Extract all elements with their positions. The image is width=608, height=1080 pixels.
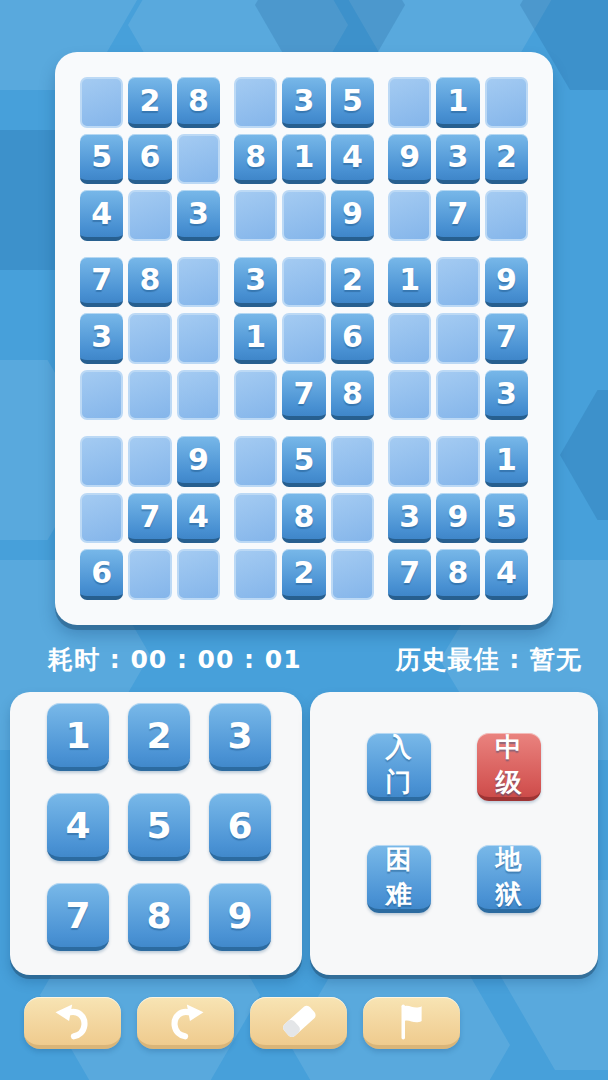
cell-r4c7[interactable]: 1 <box>388 257 431 308</box>
cell-r3c6[interactable]: 9 <box>331 190 374 241</box>
undo-button[interactable] <box>24 997 121 1049</box>
cell-r3c4[interactable] <box>234 190 277 241</box>
cell-r3c5[interactable] <box>282 190 325 241</box>
cell-r9c8[interactable]: 8 <box>436 549 479 600</box>
undo-icon <box>52 1000 94 1042</box>
cell-r1c5[interactable]: 3 <box>282 77 325 128</box>
cell-r5c3[interactable] <box>177 313 220 364</box>
cell-r1c7[interactable] <box>388 77 431 128</box>
elapsed-time-text: 耗时 : 00 : 00 : 01 <box>48 643 302 676</box>
cell-r6c9[interactable]: 3 <box>485 370 528 421</box>
eraser-icon <box>277 999 321 1043</box>
cell-r5c5[interactable] <box>282 313 325 364</box>
flag-icon <box>391 1000 433 1042</box>
cell-r4c1[interactable]: 7 <box>80 257 123 308</box>
cell-r9c1[interactable]: 6 <box>80 549 123 600</box>
sudoku-board: 2856433581491932778332167819739746582139… <box>55 52 553 625</box>
cell-r2c4[interactable]: 8 <box>234 134 277 185</box>
board-grid: 2856433581491932778332167819739746582139… <box>80 77 528 600</box>
cell-r6c4[interactable] <box>234 370 277 421</box>
numpad-grid: 123456789 <box>47 703 271 951</box>
cell-r4c3[interactable] <box>177 257 220 308</box>
cell-r1c4[interactable] <box>234 77 277 128</box>
cell-r6c6[interactable]: 8 <box>331 370 374 421</box>
cell-r4c8[interactable] <box>436 257 479 308</box>
cell-r7c6[interactable] <box>331 436 374 487</box>
cell-r5c9[interactable]: 7 <box>485 313 528 364</box>
cell-r3c2[interactable] <box>128 190 171 241</box>
eraser-button[interactable] <box>250 997 347 1049</box>
cell-r1c6[interactable]: 5 <box>331 77 374 128</box>
cell-r8c5[interactable]: 8 <box>282 493 325 544</box>
cell-r1c1[interactable] <box>80 77 123 128</box>
cell-r7c5[interactable]: 5 <box>282 436 325 487</box>
cell-r3c7[interactable] <box>388 190 431 241</box>
cell-r7c8[interactable] <box>436 436 479 487</box>
numpad-button-2[interactable]: 2 <box>128 703 190 771</box>
numpad-button-7[interactable]: 7 <box>47 883 109 951</box>
cell-r8c3[interactable]: 4 <box>177 493 220 544</box>
box-8: 582 <box>234 436 374 600</box>
cell-r6c7[interactable] <box>388 370 431 421</box>
difficulty-button-beginner[interactable]: 入门 <box>367 733 431 801</box>
box-5: 321678 <box>234 257 374 421</box>
hex-decoration <box>560 390 608 520</box>
box-1: 285643 <box>80 77 220 241</box>
cell-r6c5[interactable]: 7 <box>282 370 325 421</box>
box-4: 783 <box>80 257 220 421</box>
cell-r3c1[interactable]: 4 <box>80 190 123 241</box>
cell-r8c6[interactable] <box>331 493 374 544</box>
box-6: 1973 <box>388 257 528 421</box>
cell-r5c6[interactable]: 6 <box>331 313 374 364</box>
numpad-button-9[interactable]: 9 <box>209 883 271 951</box>
cell-r8c4[interactable] <box>234 493 277 544</box>
cell-r5c8[interactable] <box>436 313 479 364</box>
box-2: 358149 <box>234 77 374 241</box>
cell-r8c7[interactable]: 3 <box>388 493 431 544</box>
cell-r9c2[interactable] <box>128 549 171 600</box>
cell-r2c2[interactable]: 6 <box>128 134 171 185</box>
cell-r4c4[interactable]: 3 <box>234 257 277 308</box>
cell-r5c7[interactable] <box>388 313 431 364</box>
difficulty-grid: 入门中级困难地狱 <box>367 733 541 913</box>
app-screen: 2856433581491932778332167819739746582139… <box>0 0 608 1080</box>
cell-r9c6[interactable] <box>331 549 374 600</box>
cell-r9c3[interactable] <box>177 549 220 600</box>
difficulty-button-hard[interactable]: 困难 <box>367 845 431 913</box>
numpad-button-1[interactable]: 1 <box>47 703 109 771</box>
numpad-button-5[interactable]: 5 <box>128 793 190 861</box>
cell-r9c9[interactable]: 4 <box>485 549 528 600</box>
cell-r7c7[interactable] <box>388 436 431 487</box>
cell-r9c7[interactable]: 7 <box>388 549 431 600</box>
difficulty-button-hell[interactable]: 地狱 <box>477 845 541 913</box>
difficulty-button-intermediate[interactable]: 中级 <box>477 733 541 801</box>
cell-r4c2[interactable]: 8 <box>128 257 171 308</box>
cell-r1c8[interactable]: 1 <box>436 77 479 128</box>
cell-r2c1[interactable]: 5 <box>80 134 123 185</box>
cell-r8c9[interactable]: 5 <box>485 493 528 544</box>
cell-r9c5[interactable]: 2 <box>282 549 325 600</box>
numpad-button-8[interactable]: 8 <box>128 883 190 951</box>
cell-r6c8[interactable] <box>436 370 479 421</box>
cell-r2c5[interactable]: 1 <box>282 134 325 185</box>
cell-r7c2[interactable] <box>128 436 171 487</box>
cell-r8c1[interactable] <box>80 493 123 544</box>
cell-r2c9[interactable]: 2 <box>485 134 528 185</box>
numpad-button-3[interactable]: 3 <box>209 703 271 771</box>
cell-r2c3[interactable] <box>177 134 220 185</box>
difficulty-panel: 入门中级困难地狱 <box>310 692 598 975</box>
cell-r1c2[interactable]: 2 <box>128 77 171 128</box>
numpad-button-6[interactable]: 6 <box>209 793 271 861</box>
cell-r9c4[interactable] <box>234 549 277 600</box>
cell-r1c3[interactable]: 8 <box>177 77 220 128</box>
flag-button[interactable] <box>363 997 460 1049</box>
cell-r1c9[interactable] <box>485 77 528 128</box>
cell-r6c2[interactable] <box>128 370 171 421</box>
cell-r5c1[interactable]: 3 <box>80 313 123 364</box>
cell-r7c4[interactable] <box>234 436 277 487</box>
cell-r6c3[interactable] <box>177 370 220 421</box>
cell-r4c9[interactable]: 9 <box>485 257 528 308</box>
cell-r3c3[interactable]: 3 <box>177 190 220 241</box>
cell-r7c9[interactable]: 1 <box>485 436 528 487</box>
cell-r2c8[interactable]: 3 <box>436 134 479 185</box>
numpad-button-4[interactable]: 4 <box>47 793 109 861</box>
cell-r5c2[interactable] <box>128 313 171 364</box>
cell-r2c7[interactable]: 9 <box>388 134 431 185</box>
cell-r8c8[interactable]: 9 <box>436 493 479 544</box>
cell-r3c9[interactable] <box>485 190 528 241</box>
cell-r4c6[interactable]: 2 <box>331 257 374 308</box>
numpad-panel: 123456789 <box>10 692 302 975</box>
status-bar: 耗时 : 00 : 00 : 01 历史最佳 : 暂无 <box>0 642 608 676</box>
cell-r2c6[interactable]: 4 <box>331 134 374 185</box>
box-3: 19327 <box>388 77 528 241</box>
cell-r3c8[interactable]: 7 <box>436 190 479 241</box>
redo-icon <box>165 1000 207 1042</box>
redo-button[interactable] <box>137 997 234 1049</box>
cell-r7c1[interactable] <box>80 436 123 487</box>
toolbar <box>24 997 460 1049</box>
cell-r6c1[interactable] <box>80 370 123 421</box>
best-record-text: 历史最佳 : 暂无 <box>396 643 582 676</box>
cell-r5c4[interactable]: 1 <box>234 313 277 364</box>
cell-r7c3[interactable]: 9 <box>177 436 220 487</box>
cell-r4c5[interactable] <box>282 257 325 308</box>
cell-r8c2[interactable]: 7 <box>128 493 171 544</box>
box-9: 1395784 <box>388 436 528 600</box>
box-7: 9746 <box>80 436 220 600</box>
